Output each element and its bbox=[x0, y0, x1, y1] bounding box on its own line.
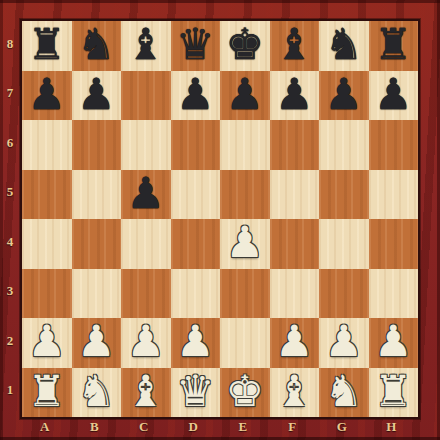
square-e7[interactable]: ♟ bbox=[220, 71, 270, 121]
piece-white-pawn: ♟ bbox=[126, 318, 165, 366]
square-c7[interactable] bbox=[121, 71, 171, 121]
rank-label-3: 3 bbox=[0, 267, 20, 317]
square-b5[interactable] bbox=[72, 170, 122, 220]
square-f3[interactable] bbox=[270, 269, 320, 319]
piece-white-pawn: ♟ bbox=[275, 318, 314, 366]
piece-black-pawn: ♟ bbox=[176, 71, 215, 119]
square-f2[interactable]: ♟ bbox=[270, 318, 320, 368]
piece-black-king: ♚ bbox=[225, 21, 264, 69]
square-a4[interactable] bbox=[22, 219, 72, 269]
square-b3[interactable] bbox=[72, 269, 122, 319]
rank-label-4: 4 bbox=[0, 217, 20, 267]
square-h7[interactable]: ♟ bbox=[369, 71, 419, 121]
square-a2[interactable]: ♟ bbox=[22, 318, 72, 368]
square-b1[interactable]: ♞ bbox=[72, 368, 122, 418]
square-h4[interactable] bbox=[369, 219, 419, 269]
square-h2[interactable]: ♟ bbox=[369, 318, 419, 368]
square-g7[interactable]: ♟ bbox=[319, 71, 369, 121]
square-f7[interactable]: ♟ bbox=[270, 71, 320, 121]
square-d4[interactable] bbox=[171, 219, 221, 269]
square-g5[interactable] bbox=[319, 170, 369, 220]
piece-white-pawn: ♟ bbox=[374, 318, 413, 366]
square-d3[interactable] bbox=[171, 269, 221, 319]
piece-white-rook: ♜ bbox=[374, 368, 413, 416]
rank-label-5: 5 bbox=[0, 168, 20, 218]
piece-black-rook: ♜ bbox=[27, 21, 66, 69]
rank-label-7: 7 bbox=[0, 69, 20, 119]
square-h8[interactable]: ♜ bbox=[369, 21, 419, 71]
square-h6[interactable] bbox=[369, 120, 419, 170]
piece-black-pawn: ♟ bbox=[77, 71, 116, 119]
chess-board-frame: 87654321 ABCDEFGH ♜♞♝♛♚♝♞♜♟♟♟♟♟♟♟♟♟♟♟♟♟♟… bbox=[0, 0, 440, 440]
rank-label-6: 6 bbox=[0, 118, 20, 168]
piece-black-pawn: ♟ bbox=[126, 170, 165, 218]
square-e8[interactable]: ♚ bbox=[220, 21, 270, 71]
square-e4[interactable]: ♟ bbox=[220, 219, 270, 269]
rank-label-2: 2 bbox=[0, 316, 20, 366]
piece-white-pawn: ♟ bbox=[27, 318, 66, 366]
square-h5[interactable] bbox=[369, 170, 419, 220]
piece-black-pawn: ♟ bbox=[324, 71, 363, 119]
rank-label-1: 1 bbox=[0, 366, 20, 416]
square-e5[interactable] bbox=[220, 170, 270, 220]
square-b8[interactable]: ♞ bbox=[72, 21, 122, 71]
piece-black-pawn: ♟ bbox=[225, 71, 264, 119]
piece-white-bishop: ♝ bbox=[126, 368, 165, 416]
square-d1[interactable]: ♛ bbox=[171, 368, 221, 418]
square-a7[interactable]: ♟ bbox=[22, 71, 72, 121]
square-f6[interactable] bbox=[270, 120, 320, 170]
square-e3[interactable] bbox=[220, 269, 270, 319]
square-h3[interactable] bbox=[369, 269, 419, 319]
square-e2[interactable] bbox=[220, 318, 270, 368]
piece-white-pawn: ♟ bbox=[77, 318, 116, 366]
square-g8[interactable]: ♞ bbox=[319, 21, 369, 71]
piece-black-pawn: ♟ bbox=[275, 71, 314, 119]
square-h1[interactable]: ♜ bbox=[369, 368, 419, 418]
square-g6[interactable] bbox=[319, 120, 369, 170]
square-d5[interactable] bbox=[171, 170, 221, 220]
square-g3[interactable] bbox=[319, 269, 369, 319]
square-d8[interactable]: ♛ bbox=[171, 21, 221, 71]
square-f1[interactable]: ♝ bbox=[270, 368, 320, 418]
square-a5[interactable] bbox=[22, 170, 72, 220]
piece-white-queen: ♛ bbox=[176, 368, 215, 416]
piece-black-queen: ♛ bbox=[176, 21, 215, 69]
square-f8[interactable]: ♝ bbox=[270, 21, 320, 71]
square-a3[interactable] bbox=[22, 269, 72, 319]
piece-white-pawn: ♟ bbox=[225, 219, 264, 267]
piece-black-pawn: ♟ bbox=[374, 71, 413, 119]
piece-black-pawn: ♟ bbox=[27, 71, 66, 119]
piece-black-rook: ♜ bbox=[374, 21, 413, 69]
piece-black-bishop: ♝ bbox=[275, 21, 314, 69]
square-f4[interactable] bbox=[270, 219, 320, 269]
square-d6[interactable] bbox=[171, 120, 221, 170]
square-c1[interactable]: ♝ bbox=[121, 368, 171, 418]
square-c6[interactable] bbox=[121, 120, 171, 170]
piece-black-bishop: ♝ bbox=[126, 21, 165, 69]
square-g4[interactable] bbox=[319, 219, 369, 269]
piece-white-bishop: ♝ bbox=[275, 368, 314, 416]
square-e1[interactable]: ♚ bbox=[220, 368, 270, 418]
square-a6[interactable] bbox=[22, 120, 72, 170]
square-c4[interactable] bbox=[121, 219, 171, 269]
square-e6[interactable] bbox=[220, 120, 270, 170]
square-b4[interactable] bbox=[72, 219, 122, 269]
piece-white-pawn: ♟ bbox=[176, 318, 215, 366]
square-b6[interactable] bbox=[72, 120, 122, 170]
piece-white-pawn: ♟ bbox=[324, 318, 363, 366]
square-a1[interactable]: ♜ bbox=[22, 368, 72, 418]
square-d7[interactable]: ♟ bbox=[171, 71, 221, 121]
piece-black-knight: ♞ bbox=[324, 21, 363, 69]
square-c2[interactable]: ♟ bbox=[121, 318, 171, 368]
piece-white-knight: ♞ bbox=[324, 368, 363, 416]
square-c8[interactable]: ♝ bbox=[121, 21, 171, 71]
square-a8[interactable]: ♜ bbox=[22, 21, 72, 71]
square-c5[interactable]: ♟ bbox=[121, 170, 171, 220]
square-f5[interactable] bbox=[270, 170, 320, 220]
square-d2[interactable]: ♟ bbox=[171, 318, 221, 368]
square-g1[interactable]: ♞ bbox=[319, 368, 369, 418]
piece-black-knight: ♞ bbox=[77, 21, 116, 69]
piece-white-king: ♚ bbox=[225, 368, 264, 416]
piece-white-knight: ♞ bbox=[77, 368, 116, 416]
square-g2[interactable]: ♟ bbox=[319, 318, 369, 368]
chess-board: ♜♞♝♛♚♝♞♜♟♟♟♟♟♟♟♟♟♟♟♟♟♟♟♟♜♞♝♛♚♝♞♜ bbox=[20, 19, 420, 419]
square-b7[interactable]: ♟ bbox=[72, 71, 122, 121]
square-c3[interactable] bbox=[121, 269, 171, 319]
piece-white-rook: ♜ bbox=[27, 368, 66, 416]
rank-label-8: 8 bbox=[0, 19, 20, 69]
square-b2[interactable]: ♟ bbox=[72, 318, 122, 368]
